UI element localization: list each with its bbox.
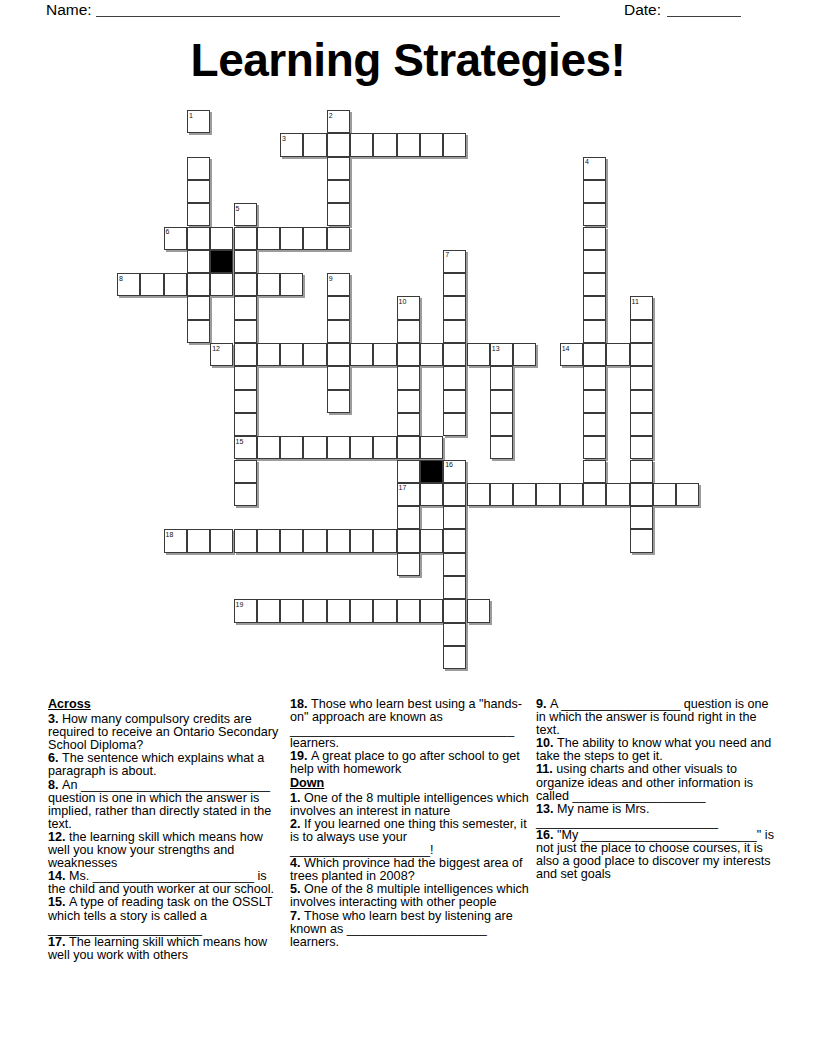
grid-cell[interactable] [443, 390, 466, 413]
grid-cell[interactable] [490, 436, 513, 459]
grid-cell[interactable] [443, 413, 466, 436]
grid-cell[interactable] [187, 250, 210, 273]
down-clue-text-7: Those who learn best by listening are kn… [290, 909, 513, 949]
down-clue-text-11: using charts and other visuals to organi… [536, 762, 753, 802]
across-clue-text-15: A type of reading task on the OSSLT whic… [48, 895, 272, 935]
grid-cell[interactable] [373, 529, 396, 552]
down-clue-1: 1. One of the 8 multiple intelligences w… [290, 792, 533, 818]
across-clue-number-3: 3. [48, 712, 62, 726]
grid-cell[interactable] [583, 483, 606, 506]
grid-cell[interactable] [187, 180, 210, 203]
grid-cell[interactable] [490, 413, 513, 436]
grid-cell[interactable] [397, 506, 420, 529]
grid-cell[interactable] [630, 366, 653, 389]
grid-cell[interactable] [327, 296, 350, 319]
grid-cell[interactable] [373, 436, 396, 459]
down-clue-text-4: Which province had the biggest area of t… [290, 856, 522, 883]
grid-cell[interactable] [234, 203, 257, 226]
grid-cell[interactable] [560, 483, 583, 506]
across-clue-number-14: 14. [48, 869, 69, 883]
grid-cell[interactable] [327, 110, 350, 133]
down-clue-text-13: My name is Mrs. ________________________… [536, 802, 718, 829]
down-clue-number-16: 16. [536, 828, 557, 842]
grid-cell[interactable] [117, 273, 140, 296]
grid-cell[interactable] [303, 343, 326, 366]
grid-cell[interactable] [164, 273, 187, 296]
grid-cell[interactable] [234, 390, 257, 413]
grid-cell[interactable] [187, 157, 210, 180]
grid-cell[interactable] [373, 133, 396, 156]
grid-cell[interactable] [397, 390, 420, 413]
across-clue-3: 3. How many compulsory credits are requi… [48, 713, 285, 752]
across-clue-18: 18. Those who learn best using a "hands-… [290, 698, 533, 750]
grid-cell[interactable] [397, 483, 420, 506]
grid-cell[interactable] [630, 460, 653, 483]
grid-cell[interactable] [490, 366, 513, 389]
grid-cell[interactable] [676, 483, 699, 506]
grid-cell[interactable] [490, 390, 513, 413]
down-clue-number-13: 13. [536, 802, 557, 816]
grid-cell[interactable] [420, 436, 443, 459]
grid-cell[interactable] [397, 553, 420, 576]
grid-cell[interactable] [397, 296, 420, 319]
grid-cell[interactable] [467, 343, 490, 366]
grid-cell[interactable] [257, 227, 280, 250]
down-clue-9: 9. A _________________ question is one i… [536, 698, 781, 737]
grid-cell[interactable] [327, 366, 350, 389]
across-clue-text-18: Those who learn best using a "hands-on" … [290, 697, 522, 750]
grid-cell[interactable] [397, 436, 420, 459]
worksheet-page: Name: Date: Learning Strategies! 1234567… [0, 0, 816, 1056]
grid-cell[interactable] [443, 343, 466, 366]
grid-cell[interactable] [280, 529, 303, 552]
grid-cell[interactable] [583, 320, 606, 343]
grid-cell[interactable] [257, 273, 280, 296]
name-blank-line[interactable] [96, 1, 560, 17]
grid-cell[interactable] [187, 110, 210, 133]
grid-cell[interactable] [303, 529, 326, 552]
grid-cell[interactable] [327, 343, 350, 366]
down-clue-13: 13. My name is Mrs. ____________________… [536, 803, 781, 829]
grid-cell[interactable] [583, 366, 606, 389]
across-clue-12: 12. the learning skill which means how w… [48, 831, 285, 870]
black-cell [210, 250, 233, 273]
grid-cell[interactable] [327, 133, 350, 156]
grid-cell[interactable] [630, 483, 653, 506]
grid-cell[interactable] [513, 483, 536, 506]
grid-cell[interactable] [560, 343, 583, 366]
grid-cell[interactable] [606, 343, 629, 366]
grid-cell[interactable] [164, 529, 187, 552]
grid-cell[interactable] [536, 483, 559, 506]
grid-cell[interactable] [280, 273, 303, 296]
grid-cell[interactable] [443, 296, 466, 319]
grid-cell[interactable] [280, 133, 303, 156]
grid-cell[interactable] [443, 250, 466, 273]
down-clue-text-10: The ability to know what you need and ta… [536, 736, 771, 763]
grid-cell[interactable] [420, 343, 443, 366]
across-clue-15: 15. A type of reading task on the OSSLT … [48, 896, 285, 935]
date-blank-line[interactable] [667, 1, 741, 17]
across-clue-text-17: The learning skill which means how well … [48, 935, 267, 962]
grid-cell[interactable] [257, 529, 280, 552]
grid-cell[interactable] [443, 460, 466, 483]
grid-cell[interactable] [583, 180, 606, 203]
grid-cell[interactable] [397, 413, 420, 436]
grid-cell[interactable] [373, 599, 396, 622]
grid-cell[interactable] [443, 273, 466, 296]
grid-cell[interactable] [420, 483, 443, 506]
across-clue-text-12: the learning skill which means how well … [48, 830, 263, 870]
grid-cell[interactable] [630, 413, 653, 436]
grid-cell[interactable] [234, 599, 257, 622]
grid-cell[interactable] [397, 366, 420, 389]
grid-cell[interactable] [443, 529, 466, 552]
grid-cell[interactable] [327, 529, 350, 552]
grid-cell[interactable] [653, 483, 676, 506]
grid-cell[interactable] [583, 390, 606, 413]
across-clue-number-15: 15. [48, 895, 69, 909]
grid-cell[interactable] [397, 133, 420, 156]
clues-column-1: Across 3. How many compulsory credits ar… [48, 698, 285, 962]
grid-cell[interactable] [187, 296, 210, 319]
grid-cell[interactable] [350, 529, 373, 552]
grid-cell[interactable] [234, 273, 257, 296]
grid-cell[interactable] [164, 227, 187, 250]
across-clue-number-17: 17. [48, 935, 69, 949]
down-clue-number-11: 11. [536, 762, 556, 776]
grid-cell[interactable] [583, 203, 606, 226]
grid-cell[interactable] [443, 599, 466, 622]
grid-cell[interactable] [187, 529, 210, 552]
grid-cell[interactable] [327, 599, 350, 622]
grid-cell[interactable] [630, 436, 653, 459]
grid-cell[interactable] [234, 343, 257, 366]
grid-cell[interactable] [583, 413, 606, 436]
down-clue-4: 4. Which province had the biggest area o… [290, 857, 533, 883]
grid-cell[interactable] [303, 436, 326, 459]
grid-cell[interactable] [467, 599, 490, 622]
across-clue-17: 17. The learning skill which means how w… [48, 936, 285, 962]
grid-cell[interactable] [350, 133, 373, 156]
grid-cell[interactable] [583, 343, 606, 366]
grid-cell[interactable] [210, 227, 233, 250]
grid-cell[interactable] [443, 133, 466, 156]
across-clue-number-18: 18. [290, 697, 311, 711]
grid-cell[interactable] [583, 157, 606, 180]
grid-cell[interactable] [513, 343, 536, 366]
grid-cell[interactable] [234, 320, 257, 343]
down-clue-11: 11. using charts and other visuals to or… [536, 763, 781, 802]
grid-cell[interactable] [257, 599, 280, 622]
clues-column-3: 9. A _________________ question is one i… [536, 698, 781, 881]
across-clue-text-19: A great place to go after school to get … [290, 749, 520, 776]
grid-cell[interactable] [583, 227, 606, 250]
grid-cell[interactable] [234, 483, 257, 506]
grid-cell[interactable] [420, 133, 443, 156]
grid-cell[interactable] [280, 436, 303, 459]
date-label: Date: [624, 1, 661, 19]
grid-cell[interactable] [234, 436, 257, 459]
grid-cell[interactable] [397, 599, 420, 622]
down-clue-7: 7. Those who learn best by listening are… [290, 910, 533, 949]
grid-cell[interactable] [397, 343, 420, 366]
across-clue-text-8: An ___________________________ question … [48, 778, 271, 831]
down-clue-text-2: If you learned one thing this semester, … [290, 817, 527, 857]
grid-cell[interactable] [303, 599, 326, 622]
grid-cell[interactable] [583, 296, 606, 319]
across-clue-19: 19. A great place to go after school to … [290, 750, 533, 776]
down-clue-number-4: 4. [290, 856, 304, 870]
grid-cell[interactable] [210, 529, 233, 552]
grid-cell[interactable] [443, 366, 466, 389]
across-clue-number-12: 12. [48, 830, 69, 844]
grid-cell[interactable] [210, 273, 233, 296]
down-clue-number-10: 10. [536, 736, 557, 750]
across-clue-6: 6. The sentence which explains what a pa… [48, 752, 285, 778]
grid-cell[interactable] [397, 320, 420, 343]
grid-cell[interactable] [583, 460, 606, 483]
down-clue-2: 2. If you learned one thing this semeste… [290, 818, 533, 857]
down-clue-text-16: "My _________________________" is not ju… [536, 828, 774, 881]
down-clue-16: 16. "My _________________________" is no… [536, 829, 781, 881]
across-clue-number-8: 8. [48, 778, 62, 792]
grid-cell[interactable] [443, 553, 466, 576]
crossword-grid: 12345678910111213141516171819 [117, 110, 701, 671]
down-clue-5: 5. One of the 8 multiple intelligences w… [290, 883, 533, 909]
grid-cell[interactable] [327, 180, 350, 203]
grid-cell[interactable] [303, 133, 326, 156]
down-clue-number-2: 2. [290, 817, 304, 831]
across-clue-14: 14. Ms. _______________________ is the c… [48, 870, 285, 896]
grid-cell[interactable] [234, 366, 257, 389]
grid-cell[interactable] [630, 506, 653, 529]
across-clue-number-6: 6. [48, 751, 62, 765]
down-clue-text-9: A _________________ question is one in w… [536, 697, 769, 737]
grid-cell[interactable] [234, 413, 257, 436]
grid-cell[interactable] [327, 273, 350, 296]
down-clue-10: 10. The ability to know what you need an… [536, 737, 781, 763]
grid-cell[interactable] [280, 227, 303, 250]
grid-cell[interactable] [327, 203, 350, 226]
grid-cell[interactable] [397, 529, 420, 552]
grid-cell[interactable] [327, 390, 350, 413]
grid-cell[interactable] [187, 273, 210, 296]
black-cell [420, 460, 443, 483]
down-clue-number-9: 9. [536, 697, 550, 711]
grid-cell[interactable] [210, 343, 233, 366]
grid-cell[interactable] [630, 320, 653, 343]
grid-cell[interactable] [630, 390, 653, 413]
grid-cell[interactable] [630, 529, 653, 552]
grid-cell[interactable] [234, 250, 257, 273]
across-clue-number-19: 19. [290, 749, 311, 763]
grid-cell[interactable] [327, 227, 350, 250]
grid-cell[interactable] [327, 157, 350, 180]
down-clue-number-5: 5. [290, 882, 304, 896]
page-title: Learning Strategies! [0, 33, 816, 87]
down-clue-number-7: 7. [290, 909, 304, 923]
grid-cell[interactable] [234, 227, 257, 250]
grid-cell[interactable] [630, 296, 653, 319]
grid-cell[interactable] [234, 460, 257, 483]
down-clue-text-1: One of the 8 multiple intelligences whic… [290, 791, 529, 818]
grid-cell[interactable] [280, 599, 303, 622]
grid-cell[interactable] [187, 320, 210, 343]
grid-cell[interactable] [583, 250, 606, 273]
down-clue-text-5: One of the 8 multiple intelligences whic… [290, 882, 529, 909]
across-clue-text-14: Ms. _______________________ is the child… [48, 869, 274, 896]
grid-cell[interactable] [350, 343, 373, 366]
down-heading: Down [290, 777, 533, 790]
down-clue-number-1: 1. [290, 791, 304, 805]
grid-cell[interactable] [140, 273, 163, 296]
grid-cell[interactable] [583, 436, 606, 459]
across-clue-text-6: The sentence which explains what a parag… [48, 751, 264, 778]
across-clue-8: 8. An ___________________________ questi… [48, 779, 285, 831]
grid-cell[interactable] [327, 436, 350, 459]
grid-cell[interactable] [303, 227, 326, 250]
grid-cell[interactable] [583, 273, 606, 296]
grid-cell[interactable] [443, 646, 466, 669]
grid-cell[interactable] [443, 576, 466, 599]
grid-cell[interactable] [234, 296, 257, 319]
grid-cell[interactable] [280, 343, 303, 366]
grid-cell[interactable] [443, 320, 466, 343]
grid-cell[interactable] [490, 343, 513, 366]
grid-cell[interactable] [397, 460, 420, 483]
grid-cell[interactable] [443, 483, 466, 506]
grid-cell[interactable] [443, 506, 466, 529]
grid-cell[interactable] [373, 343, 396, 366]
grid-cell[interactable] [187, 203, 210, 226]
across-clue-text-3: How many compulsory credits are required… [48, 712, 278, 752]
grid-cell[interactable] [327, 320, 350, 343]
grid-cell[interactable] [443, 623, 466, 646]
grid-cell[interactable] [467, 483, 490, 506]
clues-column-2: 18. Those who learn best using a "hands-… [290, 698, 533, 949]
grid-cell[interactable] [350, 599, 373, 622]
grid-cell[interactable] [490, 483, 513, 506]
name-label: Name: [46, 1, 92, 19]
grid-cell[interactable] [257, 343, 280, 366]
grid-cell[interactable] [420, 599, 443, 622]
grid-cell[interactable] [257, 436, 280, 459]
grid-cell[interactable] [606, 483, 629, 506]
grid-cell[interactable] [234, 529, 257, 552]
grid-cell[interactable] [630, 343, 653, 366]
grid-cell[interactable] [350, 436, 373, 459]
grid-cell[interactable] [420, 529, 443, 552]
grid-cell[interactable] [187, 227, 210, 250]
across-heading: Across [48, 698, 285, 711]
